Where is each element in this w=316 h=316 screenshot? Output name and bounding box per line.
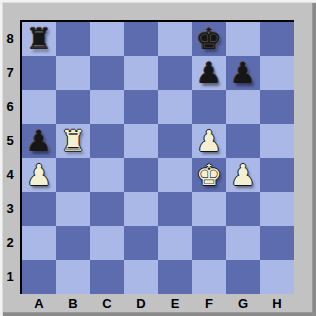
white-pawn[interactable]: ♟ bbox=[26, 158, 52, 192]
black-king[interactable]: ♚ bbox=[196, 22, 222, 56]
square-c5[interactable] bbox=[90, 124, 124, 158]
square-f7[interactable]: ♟ bbox=[192, 56, 226, 90]
square-e3[interactable] bbox=[158, 192, 192, 226]
file-label-e: E bbox=[158, 294, 192, 316]
square-g6[interactable] bbox=[226, 90, 260, 124]
square-a8[interactable]: ♜ bbox=[22, 22, 56, 56]
white-rook[interactable]: ♜ bbox=[60, 124, 86, 158]
rank-label-4: 4 bbox=[0, 158, 20, 192]
rank-label-8: 8 bbox=[0, 22, 20, 56]
square-c2[interactable] bbox=[90, 226, 124, 260]
square-a2[interactable] bbox=[22, 226, 56, 260]
black-pawn[interactable]: ♟ bbox=[230, 56, 256, 90]
file-label-h: H bbox=[260, 294, 294, 316]
white-pawn[interactable]: ♟ bbox=[196, 124, 222, 158]
square-c7[interactable] bbox=[90, 56, 124, 90]
square-a5[interactable]: ♟ bbox=[22, 124, 56, 158]
square-f3[interactable] bbox=[192, 192, 226, 226]
square-d7[interactable] bbox=[124, 56, 158, 90]
square-g2[interactable] bbox=[226, 226, 260, 260]
chess-board: ♜♚♟♟♟♜♟♟♚♟ bbox=[20, 20, 294, 294]
square-d3[interactable] bbox=[124, 192, 158, 226]
square-d2[interactable] bbox=[124, 226, 158, 260]
file-label-g: G bbox=[226, 294, 260, 316]
square-b5[interactable]: ♜ bbox=[56, 124, 90, 158]
square-g1[interactable] bbox=[226, 260, 260, 294]
square-c3[interactable] bbox=[90, 192, 124, 226]
rank-labels: 87654321 bbox=[0, 22, 20, 294]
square-f8[interactable]: ♚ bbox=[192, 22, 226, 56]
square-e4[interactable] bbox=[158, 158, 192, 192]
square-b4[interactable] bbox=[56, 158, 90, 192]
square-e2[interactable] bbox=[158, 226, 192, 260]
rank-label-7: 7 bbox=[0, 56, 20, 90]
square-e6[interactable] bbox=[158, 90, 192, 124]
file-label-c: C bbox=[90, 294, 124, 316]
file-label-b: B bbox=[56, 294, 90, 316]
rank-label-5: 5 bbox=[0, 124, 20, 158]
board-frame: 87654321 ♜♚♟♟♟♜♟♟♚♟ ABCDEFGH bbox=[0, 0, 316, 316]
square-h6[interactable] bbox=[260, 90, 294, 124]
square-c6[interactable] bbox=[90, 90, 124, 124]
square-f5[interactable]: ♟ bbox=[192, 124, 226, 158]
square-f6[interactable] bbox=[192, 90, 226, 124]
square-b8[interactable] bbox=[56, 22, 90, 56]
black-pawn[interactable]: ♟ bbox=[26, 124, 52, 158]
square-a4[interactable]: ♟ bbox=[22, 158, 56, 192]
square-a6[interactable] bbox=[22, 90, 56, 124]
square-f2[interactable] bbox=[192, 226, 226, 260]
rank-label-3: 3 bbox=[0, 192, 20, 226]
white-king[interactable]: ♚ bbox=[196, 158, 222, 192]
file-label-d: D bbox=[124, 294, 158, 316]
square-f1[interactable] bbox=[192, 260, 226, 294]
square-g5[interactable] bbox=[226, 124, 260, 158]
square-e7[interactable] bbox=[158, 56, 192, 90]
square-d5[interactable] bbox=[124, 124, 158, 158]
square-h5[interactable] bbox=[260, 124, 294, 158]
square-c1[interactable] bbox=[90, 260, 124, 294]
square-h7[interactable] bbox=[260, 56, 294, 90]
file-label-a: A bbox=[22, 294, 56, 316]
square-f4[interactable]: ♚ bbox=[192, 158, 226, 192]
square-d4[interactable] bbox=[124, 158, 158, 192]
black-pawn[interactable]: ♟ bbox=[196, 56, 222, 90]
square-g4[interactable]: ♟ bbox=[226, 158, 260, 192]
square-g3[interactable] bbox=[226, 192, 260, 226]
square-h3[interactable] bbox=[260, 192, 294, 226]
square-a7[interactable] bbox=[22, 56, 56, 90]
square-b2[interactable] bbox=[56, 226, 90, 260]
file-labels: ABCDEFGH bbox=[22, 294, 294, 316]
square-b3[interactable] bbox=[56, 192, 90, 226]
square-c8[interactable] bbox=[90, 22, 124, 56]
square-e8[interactable] bbox=[158, 22, 192, 56]
white-pawn[interactable]: ♟ bbox=[230, 158, 256, 192]
rank-label-2: 2 bbox=[0, 226, 20, 260]
square-d1[interactable] bbox=[124, 260, 158, 294]
square-h4[interactable] bbox=[260, 158, 294, 192]
square-b1[interactable] bbox=[56, 260, 90, 294]
rank-label-6: 6 bbox=[0, 90, 20, 124]
square-d8[interactable] bbox=[124, 22, 158, 56]
square-h1[interactable] bbox=[260, 260, 294, 294]
square-c4[interactable] bbox=[90, 158, 124, 192]
square-b7[interactable] bbox=[56, 56, 90, 90]
square-e5[interactable] bbox=[158, 124, 192, 158]
black-rook[interactable]: ♜ bbox=[26, 22, 52, 56]
square-b6[interactable] bbox=[56, 90, 90, 124]
square-h8[interactable] bbox=[260, 22, 294, 56]
square-g8[interactable] bbox=[226, 22, 260, 56]
square-h2[interactable] bbox=[260, 226, 294, 260]
rank-label-1: 1 bbox=[0, 260, 20, 294]
square-g7[interactable]: ♟ bbox=[226, 56, 260, 90]
file-label-f: F bbox=[192, 294, 226, 316]
square-e1[interactable] bbox=[158, 260, 192, 294]
square-a3[interactable] bbox=[22, 192, 56, 226]
square-d6[interactable] bbox=[124, 90, 158, 124]
square-a1[interactable] bbox=[22, 260, 56, 294]
